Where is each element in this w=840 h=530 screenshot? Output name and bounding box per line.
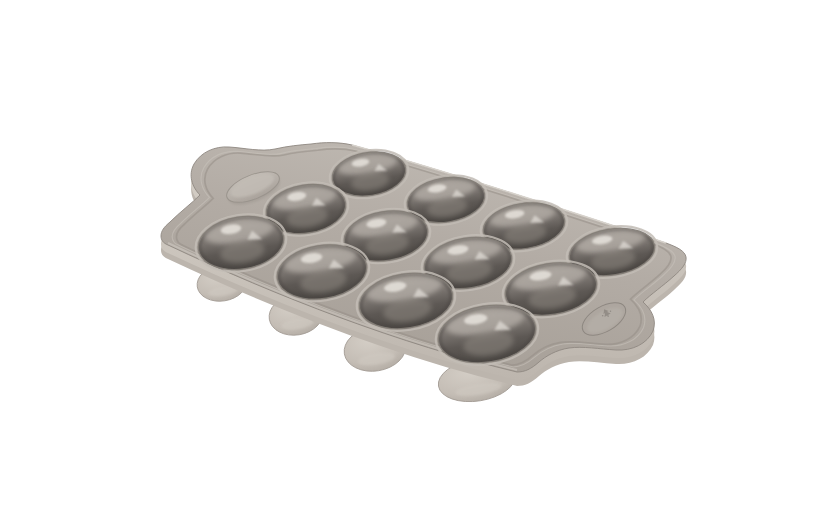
muffin-pan-scene xyxy=(0,0,840,530)
muffin-pan xyxy=(161,143,686,407)
product-photo-stage xyxy=(0,0,840,530)
